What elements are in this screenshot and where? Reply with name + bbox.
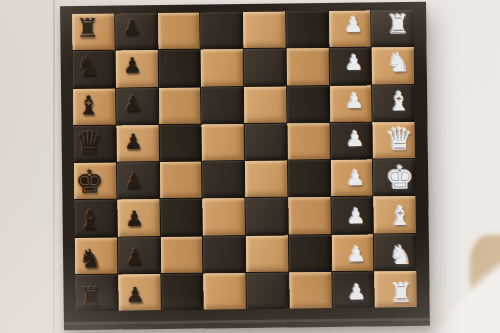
square-f3 bbox=[288, 197, 330, 234]
photo-scene: ♜♟♟♜♞♟♟♞♝♟♟♝♛♟♟♛♚♟♟♚♝♟♟♝♞♟♟♞♜♟♟♜ bbox=[0, 0, 500, 333]
square-b2: ♟ bbox=[329, 48, 371, 85]
piece-black-pawn: ♟ bbox=[124, 170, 143, 191]
chess-board: ♜♟♟♜♞♟♟♞♝♟♟♝♛♟♟♛♚♟♟♚♝♟♟♝♞♟♟♞♜♟♟♜ bbox=[60, 2, 430, 330]
square-c1: ♝ bbox=[372, 84, 414, 121]
piece-white-pawn: ♟ bbox=[344, 14, 363, 35]
square-a1: ♜ bbox=[371, 10, 413, 47]
square-a8: ♜ bbox=[72, 14, 114, 51]
square-e5 bbox=[202, 161, 244, 198]
square-a4 bbox=[243, 12, 285, 49]
square-b8: ♞ bbox=[73, 51, 115, 88]
piece-black-bishop: ♝ bbox=[77, 92, 101, 118]
square-f2: ♟ bbox=[331, 197, 373, 234]
square-h5 bbox=[204, 273, 246, 310]
square-g3 bbox=[289, 234, 331, 271]
square-b4 bbox=[244, 49, 286, 86]
square-f8: ♝ bbox=[74, 200, 116, 237]
square-b6 bbox=[158, 50, 200, 87]
square-h1: ♜ bbox=[375, 271, 417, 308]
square-c4 bbox=[244, 86, 286, 123]
piece-white-bishop: ♝ bbox=[389, 203, 413, 229]
piece-white-pawn: ♟ bbox=[347, 283, 366, 304]
square-f1: ♝ bbox=[374, 196, 416, 233]
piece-black-rook: ♜ bbox=[79, 283, 103, 309]
piece-black-pawn: ♟ bbox=[123, 94, 142, 115]
piece-white-bishop: ♝ bbox=[387, 88, 411, 114]
piece-black-queen: ♛ bbox=[75, 128, 103, 159]
square-b5 bbox=[201, 49, 243, 86]
square-c5 bbox=[201, 87, 243, 124]
piece-black-pawn: ♟ bbox=[125, 247, 144, 268]
piece-white-pawn: ♟ bbox=[345, 53, 364, 74]
wall-seam-line bbox=[53, 0, 55, 333]
square-c6 bbox=[159, 87, 201, 124]
piece-white-queen: ♛ bbox=[385, 124, 413, 155]
piece-white-rook: ♜ bbox=[389, 280, 413, 306]
square-e7: ♟ bbox=[117, 162, 159, 199]
piece-black-pawn: ♟ bbox=[122, 17, 141, 38]
square-g5 bbox=[203, 236, 245, 273]
square-d7: ♟ bbox=[116, 125, 158, 162]
piece-black-pawn: ♟ bbox=[126, 285, 145, 306]
square-d8: ♛ bbox=[73, 125, 115, 162]
square-f7: ♟ bbox=[117, 199, 159, 236]
piece-black-knight: ♞ bbox=[76, 53, 100, 79]
square-f6 bbox=[160, 199, 202, 236]
square-d2: ♟ bbox=[330, 122, 372, 159]
square-d5 bbox=[202, 124, 244, 161]
piece-white-king: ♚ bbox=[385, 162, 414, 194]
square-c3 bbox=[287, 85, 329, 122]
square-c2: ♟ bbox=[330, 85, 372, 122]
piece-white-pawn: ♟ bbox=[346, 168, 365, 189]
square-c7: ♟ bbox=[116, 88, 158, 125]
piece-black-pawn: ♟ bbox=[123, 55, 142, 76]
piece-white-pawn: ♟ bbox=[346, 129, 365, 150]
square-a5 bbox=[200, 12, 242, 49]
square-h3 bbox=[289, 272, 331, 309]
piece-black-rook: ♜ bbox=[76, 15, 100, 41]
square-d6 bbox=[159, 124, 201, 161]
square-b1: ♞ bbox=[372, 47, 414, 84]
piece-black-bishop: ♝ bbox=[78, 207, 102, 233]
square-g7: ♟ bbox=[118, 237, 160, 274]
square-e1: ♚ bbox=[373, 159, 415, 196]
square-h6 bbox=[161, 273, 203, 310]
square-a7: ♟ bbox=[115, 13, 157, 50]
piece-white-pawn: ♟ bbox=[347, 244, 366, 265]
square-h8: ♜ bbox=[75, 274, 117, 311]
square-g1: ♞ bbox=[374, 233, 416, 270]
square-c8: ♝ bbox=[73, 88, 115, 125]
piece-black-king: ♚ bbox=[75, 165, 104, 197]
square-g8: ♞ bbox=[75, 237, 117, 274]
piece-white-knight: ♞ bbox=[387, 50, 411, 76]
square-e3 bbox=[288, 160, 330, 197]
piece-black-knight: ♞ bbox=[79, 245, 103, 271]
square-a3 bbox=[286, 11, 328, 48]
square-h7: ♟ bbox=[118, 274, 160, 311]
square-f5 bbox=[203, 198, 245, 235]
piece-white-pawn: ♟ bbox=[345, 91, 364, 112]
piece-black-pawn: ♟ bbox=[124, 132, 143, 153]
square-h4 bbox=[246, 272, 288, 309]
square-a2: ♟ bbox=[329, 10, 371, 47]
square-e2: ♟ bbox=[330, 159, 372, 196]
piece-white-rook: ♜ bbox=[386, 11, 410, 37]
square-b7: ♟ bbox=[115, 50, 157, 87]
square-g6 bbox=[160, 236, 202, 273]
square-g2: ♟ bbox=[331, 234, 373, 271]
square-d3 bbox=[287, 123, 329, 160]
square-g4 bbox=[246, 235, 288, 272]
square-e4 bbox=[245, 160, 287, 197]
square-e8: ♚ bbox=[74, 163, 116, 200]
square-h2: ♟ bbox=[332, 271, 374, 308]
square-e6 bbox=[159, 162, 201, 199]
piece-white-knight: ♞ bbox=[389, 241, 413, 267]
square-d4 bbox=[244, 123, 286, 160]
square-f4 bbox=[245, 198, 287, 235]
square-d1: ♛ bbox=[373, 122, 415, 159]
piece-white-pawn: ♟ bbox=[346, 206, 365, 227]
square-b3 bbox=[286, 48, 328, 85]
piece-black-pawn: ♟ bbox=[125, 209, 144, 230]
chess-board-grid: ♜♟♟♜♞♟♟♞♝♟♟♝♛♟♟♛♚♟♟♚♝♟♟♝♞♟♟♞♜♟♟♜ bbox=[72, 10, 417, 311]
square-a6 bbox=[158, 13, 200, 50]
